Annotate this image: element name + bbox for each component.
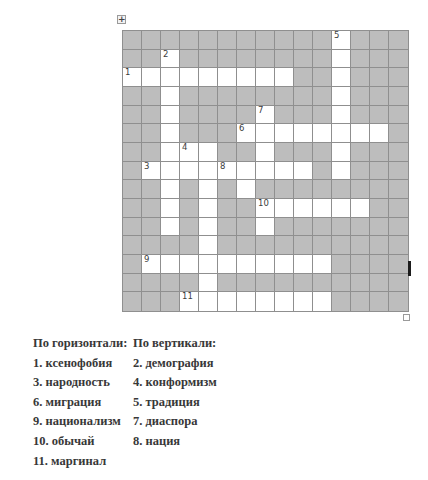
crossword-cell-block xyxy=(389,87,408,106)
crossword-cell-white[interactable] xyxy=(199,292,218,311)
crossword-cell-white[interactable] xyxy=(161,106,180,125)
clues-across-title: По горизонтали: xyxy=(33,334,127,354)
crossword-cell-white[interactable] xyxy=(161,87,180,106)
crossword-cell-block xyxy=(180,274,199,293)
crossword-cell-block xyxy=(389,255,408,274)
crossword-cell-block xyxy=(389,143,408,162)
crossword-cell-block xyxy=(237,218,256,237)
crossword-cell-block xyxy=(370,180,389,199)
crossword-cell-block xyxy=(389,31,408,50)
crossword-cell-white[interactable] xyxy=(313,255,332,274)
crossword-cell-block xyxy=(275,143,294,162)
crossword-cell-block xyxy=(351,218,370,237)
crossword-cell-block xyxy=(332,218,351,237)
table-move-handle-icon[interactable]: + xyxy=(117,15,126,24)
crossword-cell-block xyxy=(351,87,370,106)
crossword-cell-block xyxy=(332,236,351,255)
crossword-cell-block xyxy=(275,87,294,106)
clue-item: 10. обычай xyxy=(33,432,127,452)
crossword-cell-white[interactable] xyxy=(161,162,180,181)
crossword-cell-block xyxy=(218,124,237,143)
crossword-cell-block xyxy=(142,50,161,69)
crossword-cell-white[interactable] xyxy=(237,68,256,87)
crossword-cell-white[interactable] xyxy=(256,124,275,143)
crossword-cell-block xyxy=(142,274,161,293)
crossword-cell-block xyxy=(237,50,256,69)
crossword-cell-block xyxy=(313,31,332,50)
crossword-cell-white[interactable]: 9 xyxy=(142,255,161,274)
clue-item: 6. миграция xyxy=(33,393,127,413)
crossword-cell-block xyxy=(123,292,142,311)
crossword-cell-white[interactable]: 5 xyxy=(332,31,351,50)
crossword-cell-white[interactable]: 1 xyxy=(123,68,142,87)
crossword-cell-block xyxy=(142,31,161,50)
crossword-cell-block xyxy=(218,218,237,237)
crossword-cell-block xyxy=(142,236,161,255)
crossword-cell-white[interactable] xyxy=(332,162,351,181)
document-page: { "game": "crossword", "position": "####… xyxy=(0,0,428,480)
crossword-cell-block xyxy=(294,68,313,87)
clue-item: 4. конформизм xyxy=(133,373,217,393)
crossword-cell-block xyxy=(313,143,332,162)
crossword-cell-block xyxy=(370,218,389,237)
crossword-cell-block xyxy=(370,199,389,218)
crossword-cell-block xyxy=(218,143,237,162)
crossword-cell-block xyxy=(389,292,408,311)
crossword-cell-block xyxy=(123,143,142,162)
crossword-cell-white[interactable] xyxy=(161,68,180,87)
crossword-cell-white[interactable] xyxy=(256,292,275,311)
crossword-cell-white[interactable] xyxy=(142,68,161,87)
crossword-cell-block xyxy=(180,31,199,50)
clue-number: 9 xyxy=(144,255,149,264)
crossword-cell-block xyxy=(389,199,408,218)
crossword-cell-block xyxy=(237,31,256,50)
crossword-cell-block xyxy=(313,180,332,199)
crossword-cell-white[interactable] xyxy=(199,255,218,274)
crossword-cell-white[interactable] xyxy=(237,255,256,274)
crossword-cell-block xyxy=(313,218,332,237)
clues-down-title: По вертикали: xyxy=(133,334,217,354)
crossword-cell-white[interactable]: 10 xyxy=(256,199,275,218)
crossword-cell-white[interactable] xyxy=(237,162,256,181)
crossword-cell-block xyxy=(351,274,370,293)
crossword-cell-block xyxy=(123,124,142,143)
crossword-cell-white[interactable] xyxy=(351,124,370,143)
crossword-cell-block xyxy=(123,274,142,293)
crossword-cell-white[interactable]: 6 xyxy=(237,124,256,143)
crossword-cell-white[interactable] xyxy=(199,199,218,218)
crossword-cell-white[interactable] xyxy=(275,68,294,87)
crossword-cell-block xyxy=(123,50,142,69)
crossword-cell-block xyxy=(180,106,199,125)
crossword-cell-white[interactable]: 8 xyxy=(218,162,237,181)
crossword-cell-white[interactable] xyxy=(351,199,370,218)
crossword-cell-block xyxy=(199,31,218,50)
crossword-cell-white[interactable]: 4 xyxy=(180,143,199,162)
crossword-cell-block xyxy=(313,87,332,106)
crossword-cell-block xyxy=(351,143,370,162)
selection-mark xyxy=(408,261,411,276)
clue-item: 5. традиция xyxy=(133,393,217,413)
clue-item: 7. диаспора xyxy=(133,412,217,432)
crossword-cell-block xyxy=(294,274,313,293)
clue-number: 11 xyxy=(182,292,193,301)
crossword-cell-block xyxy=(123,162,142,181)
crossword-cell-white[interactable] xyxy=(256,143,275,162)
crossword-cell-block xyxy=(142,218,161,237)
clue-number: 4 xyxy=(182,143,187,152)
clue-number: 3 xyxy=(144,162,149,171)
clue-item: 2. демография xyxy=(133,354,217,374)
crossword-cell-block xyxy=(256,274,275,293)
crossword-cell-block xyxy=(351,292,370,311)
crossword-cell-block xyxy=(275,50,294,69)
crossword-cell-white[interactable] xyxy=(161,180,180,199)
crossword-cell-block xyxy=(332,180,351,199)
crossword-grid: 5217643810911 xyxy=(122,30,409,312)
crossword-cell-block xyxy=(142,143,161,162)
crossword-cell-block xyxy=(370,50,389,69)
crossword-cell-block xyxy=(123,236,142,255)
crossword-cell-block xyxy=(218,87,237,106)
crossword-cell-white[interactable] xyxy=(370,124,389,143)
crossword-cell-block xyxy=(256,87,275,106)
crossword-cell-block xyxy=(275,218,294,237)
crossword-cell-block xyxy=(180,87,199,106)
crossword-cell-block xyxy=(142,199,161,218)
crossword-cell-block xyxy=(123,218,142,237)
crossword-cell-block xyxy=(370,68,389,87)
crossword-cell-block xyxy=(161,292,180,311)
crossword-cell-block xyxy=(389,68,408,87)
crossword-cell-block xyxy=(199,87,218,106)
crossword-cell-block xyxy=(275,180,294,199)
crossword-cell-white[interactable] xyxy=(199,143,218,162)
crossword-cell-white[interactable] xyxy=(161,124,180,143)
crossword-cell-block xyxy=(313,274,332,293)
crossword-cell-white[interactable]: 2 xyxy=(161,50,180,69)
crossword-cell-block xyxy=(180,199,199,218)
crossword-cell-white[interactable] xyxy=(275,199,294,218)
crossword-cell-white[interactable] xyxy=(313,199,332,218)
crossword-cell-block xyxy=(370,292,389,311)
crossword-cell-white[interactable] xyxy=(332,124,351,143)
crossword-cell-block xyxy=(180,236,199,255)
crossword-cell-block xyxy=(294,31,313,50)
clue-item: 3. народность xyxy=(33,373,127,393)
crossword-cell-block xyxy=(180,218,199,237)
crossword-cell-block xyxy=(389,124,408,143)
crossword-cell-block xyxy=(218,31,237,50)
crossword-cell-block xyxy=(161,236,180,255)
crossword-cell-block xyxy=(256,180,275,199)
crossword-cell-white[interactable] xyxy=(161,199,180,218)
crossword-cell-white[interactable] xyxy=(332,199,351,218)
crossword-cell-white[interactable] xyxy=(294,292,313,311)
crossword-cell-white[interactable] xyxy=(237,292,256,311)
crossword-cell-white[interactable] xyxy=(256,162,275,181)
crossword-cell-block xyxy=(313,162,332,181)
clue-item: 8. нация xyxy=(133,432,217,452)
crossword-cell-block xyxy=(237,106,256,125)
crossword-cell-white[interactable] xyxy=(313,292,332,311)
crossword-cell-block xyxy=(332,292,351,311)
clue-number: 2 xyxy=(163,50,168,59)
crossword-cell-white[interactable] xyxy=(332,143,351,162)
crossword-cell-white[interactable] xyxy=(199,236,218,255)
crossword-cell-block xyxy=(370,236,389,255)
clue-item: 9. национализм xyxy=(33,412,127,432)
crossword-cell-block xyxy=(351,68,370,87)
crossword-cell-white[interactable] xyxy=(332,87,351,106)
crossword-cell-white[interactable] xyxy=(199,162,218,181)
crossword-cell-block xyxy=(275,31,294,50)
crossword-cell-block xyxy=(142,124,161,143)
crossword-cell-block xyxy=(161,274,180,293)
crossword-cell-block xyxy=(294,87,313,106)
crossword-cell-block xyxy=(161,31,180,50)
crossword-cell-block xyxy=(389,106,408,125)
crossword-cell-block xyxy=(351,236,370,255)
crossword-cell-block xyxy=(180,124,199,143)
crossword-cell-block xyxy=(389,274,408,293)
crossword-cell-block xyxy=(142,180,161,199)
crossword-cell-block xyxy=(370,143,389,162)
crossword-cell-white[interactable] xyxy=(161,143,180,162)
crossword-cell-block xyxy=(218,50,237,69)
crossword-cell-white[interactable] xyxy=(180,68,199,87)
clue-number: 8 xyxy=(220,162,225,171)
crossword-cell-block xyxy=(256,236,275,255)
crossword-cell-block xyxy=(370,255,389,274)
crossword-cell-block xyxy=(123,31,142,50)
table-resize-handle[interactable] xyxy=(403,314,410,321)
crossword-cell-block xyxy=(294,106,313,125)
crossword-cell-block xyxy=(275,274,294,293)
crossword-cell-block xyxy=(351,255,370,274)
crossword-cell-block xyxy=(294,143,313,162)
crossword-cell-block xyxy=(256,31,275,50)
crossword-cell-white[interactable] xyxy=(161,255,180,274)
clue-number: 6 xyxy=(239,124,244,133)
crossword-cell-block xyxy=(313,68,332,87)
clues-down-list: По вертикали: 2. демография 4. конформиз… xyxy=(133,334,217,452)
crossword-cell-block xyxy=(370,106,389,125)
crossword-cell-white[interactable] xyxy=(199,68,218,87)
crossword-cell-block xyxy=(218,180,237,199)
crossword-cell-white[interactable] xyxy=(332,106,351,125)
crossword-cell-block xyxy=(389,162,408,181)
crossword-cell-block xyxy=(370,274,389,293)
crossword-cell-block xyxy=(370,87,389,106)
crossword-cell-block xyxy=(142,106,161,125)
crossword-cell-block xyxy=(218,236,237,255)
crossword-cell-block xyxy=(351,106,370,125)
crossword-cell-white[interactable] xyxy=(199,180,218,199)
crossword-cell-block xyxy=(294,218,313,237)
crossword-cell-block xyxy=(123,199,142,218)
crossword-cell-block xyxy=(123,255,142,274)
crossword-cell-block xyxy=(332,274,351,293)
crossword-cell-white[interactable] xyxy=(275,124,294,143)
crossword-cell-white[interactable] xyxy=(294,255,313,274)
crossword-cell-block xyxy=(275,236,294,255)
clue-item: 1. ксенофобия xyxy=(33,354,127,374)
crossword-cell-block xyxy=(142,292,161,311)
crossword-cell-white[interactable] xyxy=(275,255,294,274)
crossword-cell-block xyxy=(389,218,408,237)
crossword-cell-block xyxy=(123,87,142,106)
clue-number: 1 xyxy=(125,68,130,77)
crossword-cell-block xyxy=(389,236,408,255)
crossword-cell-white[interactable]: 7 xyxy=(256,106,275,125)
crossword-cell-block xyxy=(199,124,218,143)
clue-item: 11. маргинал xyxy=(33,452,127,472)
crossword-cell-white[interactable] xyxy=(275,162,294,181)
crossword-cell-block xyxy=(218,106,237,125)
crossword-cell-block xyxy=(370,31,389,50)
crossword-cell-block xyxy=(237,199,256,218)
crossword-cell-white[interactable] xyxy=(256,68,275,87)
crossword-cell-block xyxy=(351,50,370,69)
crossword-cell-block xyxy=(370,162,389,181)
crossword-cell-white[interactable] xyxy=(161,218,180,237)
crossword-cell-block xyxy=(180,180,199,199)
crossword-cell-white[interactable] xyxy=(180,255,199,274)
clues-across-list: По горизонтали: 1. ксенофобия 3. народно… xyxy=(33,334,127,471)
crossword-cell-block xyxy=(313,50,332,69)
crossword-cell-white[interactable] xyxy=(275,292,294,311)
crossword-cell-white[interactable] xyxy=(218,292,237,311)
crossword-cell-block xyxy=(294,180,313,199)
crossword-cell-block xyxy=(237,236,256,255)
crossword-cell-white[interactable] xyxy=(256,255,275,274)
crossword-cell-block xyxy=(237,274,256,293)
clue-number: 10 xyxy=(258,199,269,208)
crossword-cell-block xyxy=(389,50,408,69)
crossword-cell-white[interactable] xyxy=(218,68,237,87)
crossword-cell-block xyxy=(142,87,161,106)
crossword-cell-block xyxy=(237,143,256,162)
crossword-cell-white[interactable] xyxy=(294,124,313,143)
crossword-cell-block xyxy=(389,180,408,199)
crossword-cell-white[interactable] xyxy=(199,274,218,293)
crossword-cell-block xyxy=(294,236,313,255)
crossword-cell-white[interactable]: 11 xyxy=(180,292,199,311)
crossword-cell-block xyxy=(313,236,332,255)
clue-number: 5 xyxy=(334,31,339,40)
crossword-cell-white[interactable] xyxy=(294,199,313,218)
crossword-cell-white[interactable] xyxy=(237,180,256,199)
crossword-cell-block xyxy=(294,50,313,69)
crossword-cell-white[interactable] xyxy=(199,218,218,237)
crossword-cell-block xyxy=(180,50,199,69)
crossword-cell-block xyxy=(313,106,332,125)
crossword-cell-block xyxy=(218,199,237,218)
clue-number: 7 xyxy=(258,106,263,115)
crossword-cell-white[interactable]: 3 xyxy=(142,162,161,181)
crossword-cell-block xyxy=(332,255,351,274)
crossword-cell-block xyxy=(199,50,218,69)
crossword-cell-white[interactable] xyxy=(256,218,275,237)
crossword-cell-white[interactable] xyxy=(294,162,313,181)
crossword-cell-white[interactable] xyxy=(332,68,351,87)
crossword-cell-block xyxy=(199,106,218,125)
crossword-cell-block xyxy=(218,274,237,293)
crossword-cell-block xyxy=(123,106,142,125)
crossword-cell-block xyxy=(237,87,256,106)
crossword-cell-block xyxy=(256,50,275,69)
crossword-cell-white[interactable] xyxy=(218,255,237,274)
crossword-cell-white[interactable] xyxy=(313,124,332,143)
crossword-cell-block xyxy=(275,106,294,125)
crossword-cell-block xyxy=(351,162,370,181)
crossword-cell-block xyxy=(123,180,142,199)
crossword-cell-block xyxy=(351,180,370,199)
crossword-cell-block xyxy=(351,31,370,50)
crossword-cell-white[interactable] xyxy=(332,50,351,69)
crossword-cell-white[interactable] xyxy=(180,162,199,181)
